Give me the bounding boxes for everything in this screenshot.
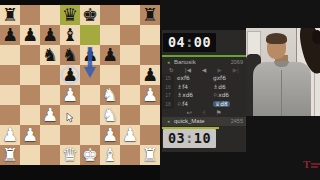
piece-black-rook-h8[interactable]: ♜ <box>140 5 160 25</box>
piece-white-pawn-g2[interactable]: ♟ <box>120 125 140 145</box>
square-b6[interactable] <box>20 45 40 65</box>
square-c2[interactable] <box>40 125 60 145</box>
logo-letter: T <box>303 159 310 170</box>
square-e4[interactable] <box>80 85 100 105</box>
piece-white-rook-h1[interactable]: ♜ <box>140 145 160 165</box>
game-panel: 04:00 ● Bartosik 2069 ↻|◀◀▶▶| 15exf6gxf6… <box>162 30 246 152</box>
piece-white-pawn-d4[interactable]: ♟ <box>60 85 80 105</box>
flip-board-icon[interactable]: ↻ <box>169 67 174 74</box>
square-d7[interactable]: ♝ <box>60 25 80 45</box>
piece-white-king-e1[interactable]: ♚ <box>80 145 100 165</box>
first-move-icon[interactable]: |◀ <box>185 67 191 74</box>
square-g7[interactable] <box>120 25 140 45</box>
move-white-16[interactable]: ♗f4 <box>174 83 210 92</box>
move-black-15[interactable]: gxf6 <box>210 74 246 83</box>
thumbs-up-icon[interactable]: ☝ <box>202 109 206 117</box>
sweater-zipper <box>281 70 282 116</box>
piece-white-knight-f3[interactable]: ♞ <box>100 105 120 125</box>
piece-black-pawn-e6[interactable]: ♟ <box>80 45 100 65</box>
square-b4[interactable] <box>20 85 40 105</box>
square-g1[interactable] <box>120 145 140 165</box>
move-white-18[interactable]: ♘f4 <box>174 100 210 109</box>
square-d6[interactable]: ♞ <box>60 45 80 65</box>
square-g4[interactable] <box>120 85 140 105</box>
flag-icon[interactable]: ⚑ <box>216 109 222 117</box>
square-c5[interactable] <box>40 65 60 85</box>
player-bottom[interactable]: ● quick_Mate 2455 <box>162 117 246 126</box>
player-top-rating: 2069 <box>231 58 243 67</box>
piece-white-pawn-b2[interactable]: ♟ <box>20 125 40 145</box>
piece-white-pawn-h4[interactable]: ♟ <box>140 85 160 105</box>
streamer-hair <box>266 33 287 44</box>
square-a1[interactable]: ♜ <box>0 145 20 165</box>
square-a8[interactable]: ♜ <box>0 5 20 25</box>
piece-black-pawn-b7[interactable]: ♟ <box>20 25 40 45</box>
online-dot: ● <box>167 58 170 67</box>
square-h4[interactable]: ♟ <box>140 85 160 105</box>
square-h6[interactable] <box>140 45 160 65</box>
piece-white-rook-a1[interactable]: ♜ <box>0 145 20 165</box>
square-a3[interactable] <box>0 105 20 125</box>
piece-black-king-e8[interactable]: ♚ <box>80 5 100 25</box>
square-a7[interactable]: ♟ <box>0 25 20 45</box>
webcam-view <box>246 28 320 116</box>
square-g5[interactable] <box>120 65 140 85</box>
piece-black-pawn-c7[interactable]: ♟ <box>40 25 60 45</box>
square-b7[interactable]: ♟ <box>20 25 40 45</box>
square-c4[interactable] <box>40 85 60 105</box>
move-number: 15 <box>162 74 174 83</box>
piece-black-knight-d6[interactable]: ♞ <box>60 45 80 65</box>
square-d5[interactable]: ♟ <box>60 65 80 85</box>
stream-frame: ♜♛♚♜♟♟♟♝♞♞♟♟♟♟♟♞♟♟♞♟♟♟♟♜♛♚♝♜ abcdefgh 04… <box>0 0 320 180</box>
square-e6[interactable]: ♟ <box>80 45 100 65</box>
move-list[interactable]: 15exf6gxf616♗f4♗d617♗xd6♘xd618♘f4♕d8 <box>162 74 246 109</box>
logo-text-line <box>311 166 318 168</box>
square-g3[interactable] <box>120 105 140 125</box>
square-c3[interactable]: ♟ <box>40 105 60 125</box>
next-move-icon[interactable]: ▶ <box>217 67 221 74</box>
piece-black-pawn-f6[interactable]: ♟ <box>100 45 120 65</box>
last-move-icon[interactable]: ▶| <box>233 67 239 74</box>
move-number: 16 <box>162 83 174 92</box>
square-c8[interactable] <box>40 5 60 25</box>
piece-black-queen-d8[interactable]: ♛ <box>60 5 80 25</box>
square-h3[interactable] <box>140 105 160 125</box>
square-e1[interactable]: ♚ <box>80 145 100 165</box>
square-e5[interactable] <box>80 65 100 85</box>
move-black-17[interactable]: ♘xd6 <box>210 91 246 100</box>
share-icon[interactable]: ↩ <box>186 109 191 117</box>
piece-white-pawn-c3[interactable]: ♟ <box>40 105 60 125</box>
square-g6[interactable] <box>120 45 140 65</box>
player-bottom-name[interactable]: quick_Mate <box>174 117 205 126</box>
square-h8[interactable]: ♜ <box>140 5 160 25</box>
move-row-15: 15exf6gxf6 <box>162 74 246 83</box>
player-top-name[interactable]: Bartosik <box>174 58 196 67</box>
square-e7[interactable] <box>80 25 100 45</box>
piece-black-pawn-h5[interactable]: ♟ <box>140 65 160 85</box>
square-g2[interactable]: ♟ <box>120 125 140 145</box>
move-row-18: 18♘f4♕d8 <box>162 100 246 109</box>
board-squares[interactable]: ♜♛♚♜♟♟♟♝♞♞♟♟♟♟♟♞♟♟♞♟♟♟♟♜♛♚♝♜ <box>0 5 160 165</box>
clock-top: 04:00 <box>163 33 216 52</box>
piece-black-pawn-a7[interactable]: ♟ <box>0 25 20 45</box>
piece-white-bishop-f1[interactable]: ♝ <box>100 145 120 165</box>
streamer-torso <box>253 62 311 116</box>
piece-black-knight-c6[interactable]: ♞ <box>40 45 60 65</box>
square-f5[interactable] <box>100 65 120 85</box>
piece-white-queen-d1[interactable]: ♛ <box>60 145 80 165</box>
square-f6[interactable]: ♟ <box>100 45 120 65</box>
move-controls[interactable]: ↻|◀◀▶▶| <box>162 67 246 74</box>
square-c7[interactable]: ♟ <box>40 25 60 45</box>
square-a6[interactable] <box>0 45 20 65</box>
square-e8[interactable]: ♚ <box>80 5 100 25</box>
move-black-18[interactable]: ♕d8 <box>210 100 246 109</box>
square-d8[interactable]: ♛ <box>60 5 80 25</box>
square-h2[interactable] <box>140 125 160 145</box>
square-d1[interactable]: ♛ <box>60 145 80 165</box>
chess-board[interactable]: ♜♛♚♜♟♟♟♝♞♞♟♟♟♟♟♞♟♟♞♟♟♟♟♜♛♚♝♜ <box>0 5 160 165</box>
square-h5[interactable]: ♟ <box>140 65 160 85</box>
logo-text-line <box>311 163 320 165</box>
square-b5[interactable] <box>20 65 40 85</box>
square-e3[interactable] <box>80 105 100 125</box>
square-f1[interactable]: ♝ <box>100 145 120 165</box>
piece-white-knight-f4[interactable]: ♞ <box>100 85 120 105</box>
piece-black-pawn-d5[interactable]: ♟ <box>60 65 80 85</box>
player-top[interactable]: ● Bartosik 2069 <box>162 58 246 67</box>
move-row-17: 17♗xd6♘xd6 <box>162 91 246 100</box>
square-d4[interactable]: ♟ <box>60 85 80 105</box>
move-white-15[interactable]: exf6 <box>174 74 210 83</box>
bottom-strip <box>0 165 160 180</box>
move-row-16: 16♗f4♗d6 <box>162 83 246 92</box>
move-number: 18 <box>162 100 174 109</box>
square-f7[interactable] <box>100 25 120 45</box>
square-f8[interactable] <box>100 5 120 25</box>
square-c6[interactable]: ♞ <box>40 45 60 65</box>
move-number: 17 <box>162 91 174 100</box>
mic-head <box>312 30 320 44</box>
online-dot: ● <box>167 117 170 126</box>
action-icons[interactable]: ↩☝⚑ <box>162 109 246 117</box>
square-a5[interactable] <box>0 65 20 85</box>
square-f2[interactable]: ♟ <box>100 125 120 145</box>
square-b3[interactable] <box>20 105 40 125</box>
square-b2[interactable]: ♟ <box>20 125 40 145</box>
piece-black-rook-a8[interactable]: ♜ <box>0 5 20 25</box>
channel-logo: T <box>303 157 320 174</box>
square-f4[interactable]: ♞ <box>100 85 120 105</box>
move-black-16[interactable]: ♗d6 <box>210 83 246 92</box>
square-e2[interactable] <box>80 125 100 145</box>
square-g8[interactable] <box>120 5 140 25</box>
square-a2[interactable]: ♟ <box>0 125 20 145</box>
piece-white-pawn-f2[interactable]: ♟ <box>100 125 120 145</box>
square-c1[interactable] <box>40 145 60 165</box>
piece-white-pawn-a2[interactable]: ♟ <box>0 125 20 145</box>
previous-move-icon[interactable]: ◀ <box>202 67 206 74</box>
square-f3[interactable]: ♞ <box>100 105 120 125</box>
clock-bottom: 03:10 <box>163 129 216 148</box>
square-d3[interactable] <box>60 105 80 125</box>
square-h1[interactable]: ♜ <box>140 145 160 165</box>
square-b1[interactable] <box>20 145 40 165</box>
player-bottom-rating: 2455 <box>231 117 243 126</box>
piece-black-bishop-d7[interactable]: ♝ <box>60 25 80 45</box>
move-white-17[interactable]: ♗xd6 <box>174 91 210 100</box>
square-h7[interactable] <box>140 25 160 45</box>
square-d2[interactable] <box>60 125 80 145</box>
square-a4[interactable] <box>0 85 20 105</box>
square-b8[interactable] <box>20 5 40 25</box>
